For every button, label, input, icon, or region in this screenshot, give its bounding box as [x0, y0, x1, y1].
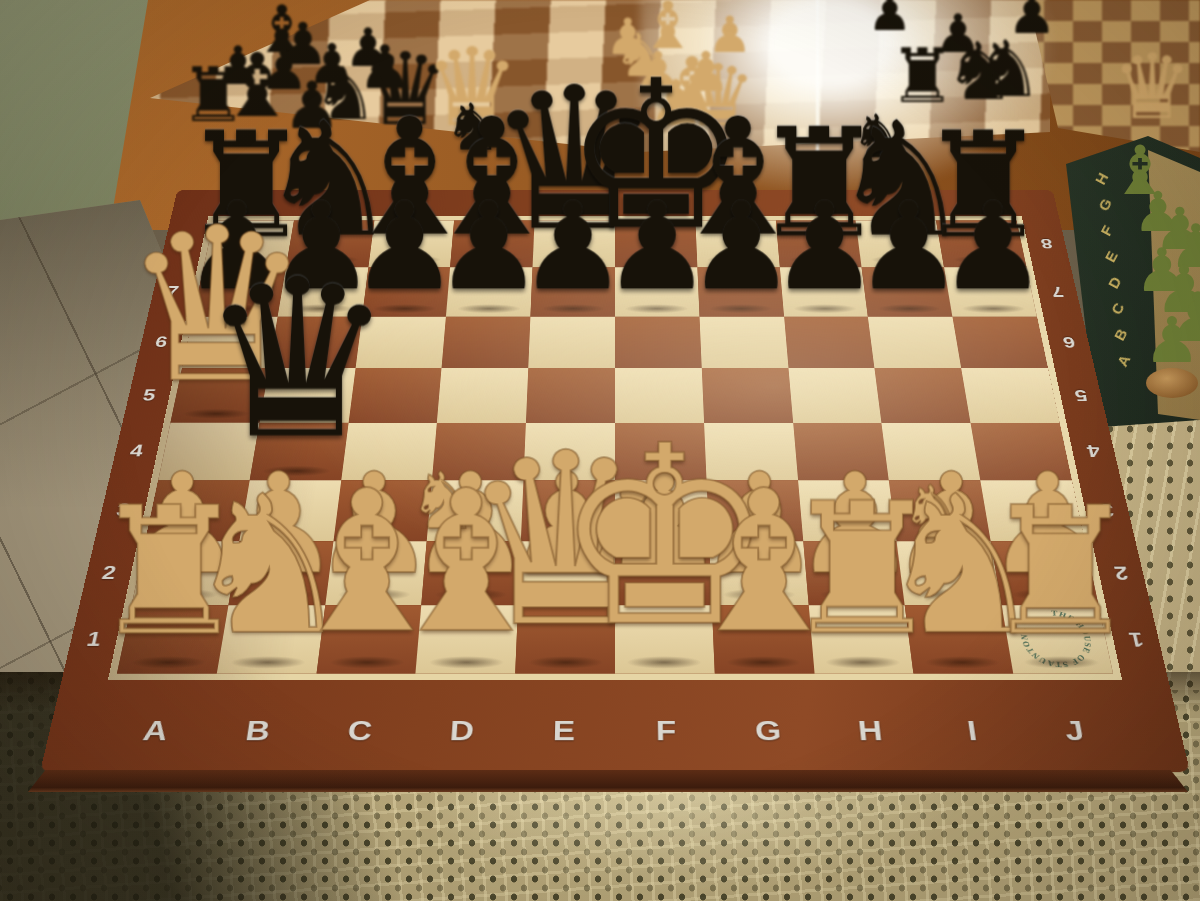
piece-black-queen-b4[interactable]: ♛ [199, 251, 395, 470]
square-h6[interactable] [784, 316, 875, 368]
square-j6[interactable] [953, 316, 1048, 368]
file-label-i: I [965, 714, 979, 747]
bg-piece-queen: ♛ [1112, 42, 1193, 132]
file-label-j: J [1062, 714, 1087, 747]
rank-label-far-6: 6 [1061, 333, 1077, 351]
board-squares: ♜♞♝♞♝♛♚♝♜♞♞♜♟♟♟♟♟♟♟♟♟♟♛♛♟♟♟♟♟♟♟♟♟♟♜♞♝♞♝♛… [108, 216, 1122, 680]
file-label-e: E [552, 714, 575, 747]
board-scene: ♜♞♝♞♝♛♚♝♜♞♞♜♟♟♟♟♟♟♟♟♟♟♛♛♟♟♟♟♟♟♟♟♟♟♜♞♝♞♝♛… [40, 192, 1190, 772]
square-j1[interactable]: THE HOUSE OF STAUNTON ·♜ [1002, 605, 1113, 673]
square-h5[interactable] [788, 368, 882, 423]
file-label-far-b: B [328, 196, 345, 212]
square-j7[interactable]: ♟ [944, 267, 1037, 316]
file-label-far-f: F [649, 196, 662, 212]
file-label-far-c: C [408, 196, 424, 212]
capablanca-board: ♜♞♝♞♝♛♚♝♜♞♞♜♟♟♟♟♟♟♟♟♟♟♛♛♟♟♟♟♟♟♟♟♟♟♜♞♝♞♝♛… [40, 190, 1190, 772]
file-label-g: G [754, 714, 782, 747]
square-e6[interactable] [528, 316, 615, 368]
photo-stage: HGFEDCBA ♜♟♝♝♟♟♟♟♞♟♟♛♛♟♞♟♝♟♝♟♛♟♟♜♟♞♞♟♛ ♝… [0, 0, 1200, 901]
file-label-far-e: E [568, 196, 582, 212]
square-d6[interactable] [442, 316, 531, 368]
file-label-a: A [141, 714, 171, 747]
file-label-d: D [449, 714, 475, 747]
piece-black-pawn-j7[interactable]: ♟ [939, 186, 1048, 307]
file-label-c: C [346, 714, 374, 747]
file-labels-bottom: ABCDEFGHIJ [98, 699, 1132, 761]
file-label-far-h: H [806, 196, 822, 212]
square-i6[interactable] [868, 316, 961, 368]
rank-label-far-5: 5 [1072, 385, 1089, 404]
file-label-far-a: A [248, 196, 265, 212]
file-label-b: B [243, 714, 272, 747]
file-label-far-g: G [726, 196, 743, 212]
file-label-far-d: D [488, 196, 503, 212]
file-label-f: F [656, 714, 677, 747]
square-f6[interactable] [615, 316, 702, 368]
square-g6[interactable] [699, 316, 788, 368]
board-front-edge [28, 770, 1188, 792]
bg-piece-pawn: ♟ [1007, 0, 1056, 42]
square-i5[interactable] [875, 368, 971, 423]
square-j5[interactable] [961, 368, 1059, 423]
rank-label-far-7: 7 [1050, 283, 1066, 300]
file-label-h: H [856, 714, 884, 747]
